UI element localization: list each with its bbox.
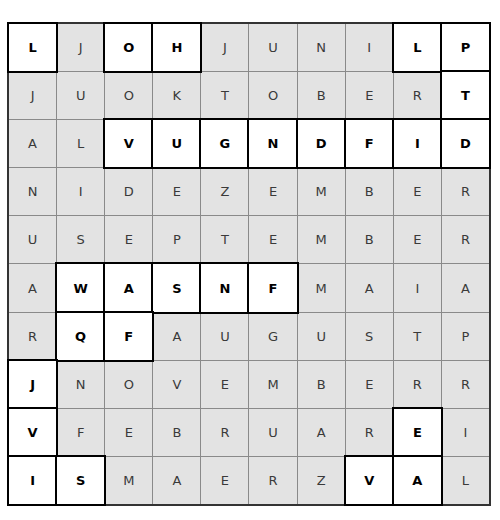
cell-r2c10[interactable]: T <box>442 72 489 119</box>
cell-r9c2[interactable]: F <box>57 409 104 456</box>
cell-r9c4[interactable]: B <box>153 409 200 456</box>
cell-r3c6[interactable]: N <box>249 120 296 167</box>
cell-r9c6[interactable]: U <box>249 409 296 456</box>
cell-r1c2[interactable]: J <box>57 24 104 71</box>
cell-r2c3[interactable]: O <box>105 72 152 119</box>
word-search-board: LJOHJUNILPJUOKTOBERTALVUGNDFIDNIDEZEMBER… <box>7 22 491 506</box>
cell-r4c9[interactable]: E <box>394 168 441 215</box>
cell-r2c7[interactable]: B <box>298 72 345 119</box>
cell-r7c5[interactable]: U <box>201 313 248 360</box>
cell-r4c8[interactable]: B <box>346 168 393 215</box>
cell-r10c6[interactable]: R <box>249 457 296 504</box>
cell-r2c4[interactable]: K <box>153 72 200 119</box>
cell-r7c3[interactable]: F <box>105 313 152 360</box>
cell-r6c10[interactable]: A <box>442 264 489 311</box>
cell-r8c7[interactable]: B <box>298 361 345 408</box>
cell-r7c6[interactable]: G <box>249 313 296 360</box>
cell-r1c7[interactable]: N <box>298 24 345 71</box>
cell-r4c2[interactable]: I <box>57 168 104 215</box>
cell-r3c9[interactable]: I <box>394 120 441 167</box>
cell-r4c1[interactable]: N <box>9 168 56 215</box>
cell-r8c4[interactable]: V <box>153 361 200 408</box>
cell-r3c2[interactable]: L <box>57 120 104 167</box>
cell-r10c5[interactable]: E <box>201 457 248 504</box>
cell-r10c2[interactable]: S <box>57 457 104 504</box>
cell-r1c10[interactable]: P <box>442 24 489 71</box>
cell-r7c10[interactable]: P <box>442 313 489 360</box>
cell-r2c1[interactable]: J <box>9 72 56 119</box>
cell-r10c10[interactable]: L <box>442 457 489 504</box>
cell-r2c6[interactable]: O <box>249 72 296 119</box>
cell-r9c1[interactable]: V <box>9 409 56 456</box>
cell-r4c4[interactable]: E <box>153 168 200 215</box>
cell-r8c6[interactable]: M <box>249 361 296 408</box>
cell-r9c10[interactable]: I <box>442 409 489 456</box>
cell-r1c5[interactable]: J <box>201 24 248 71</box>
cell-r3c3[interactable]: V <box>105 120 152 167</box>
cell-r5c6[interactable]: E <box>249 216 296 263</box>
cell-r2c9[interactable]: R <box>394 72 441 119</box>
cell-r6c2[interactable]: W <box>57 264 104 311</box>
cell-r5c1[interactable]: U <box>9 216 56 263</box>
cell-r3c4[interactable]: U <box>153 120 200 167</box>
cell-r5c5[interactable]: T <box>201 216 248 263</box>
cell-r4c3[interactable]: D <box>105 168 152 215</box>
cell-r8c5[interactable]: E <box>201 361 248 408</box>
cell-r9c8[interactable]: R <box>346 409 393 456</box>
cell-r8c9[interactable]: R <box>394 361 441 408</box>
cell-r7c4[interactable]: A <box>153 313 200 360</box>
cell-r7c7[interactable]: U <box>298 313 345 360</box>
cell-r7c2[interactable]: Q <box>57 313 104 360</box>
cell-r2c2[interactable]: U <box>57 72 104 119</box>
cell-r4c6[interactable]: E <box>249 168 296 215</box>
cell-r5c8[interactable]: B <box>346 216 393 263</box>
cell-r9c3[interactable]: E <box>105 409 152 456</box>
cell-r4c7[interactable]: M <box>298 168 345 215</box>
cell-r6c9[interactable]: I <box>394 264 441 311</box>
cell-r7c1[interactable]: R <box>9 313 56 360</box>
cell-r9c5[interactable]: R <box>201 409 248 456</box>
cell-r3c7[interactable]: D <box>298 120 345 167</box>
cell-r1c9[interactable]: L <box>394 24 441 71</box>
cell-r10c4[interactable]: A <box>153 457 200 504</box>
cell-r4c5[interactable]: Z <box>201 168 248 215</box>
word-search-page: LJOHJUNILPJUOKTOBERTALVUGNDFIDNIDEZEMBER… <box>0 0 500 520</box>
cell-r6c8[interactable]: A <box>346 264 393 311</box>
cell-r1c4[interactable]: H <box>153 24 200 71</box>
cell-r10c3[interactable]: M <box>105 457 152 504</box>
cell-r5c4[interactable]: P <box>153 216 200 263</box>
cell-r5c3[interactable]: E <box>105 216 152 263</box>
cell-r1c8[interactable]: I <box>346 24 393 71</box>
cell-r5c9[interactable]: E <box>394 216 441 263</box>
cell-r8c3[interactable]: O <box>105 361 152 408</box>
cell-r6c6[interactable]: F <box>249 264 296 311</box>
cell-r2c5[interactable]: T <box>201 72 248 119</box>
cell-r6c3[interactable]: A <box>105 264 152 311</box>
cell-r4c10[interactable]: R <box>442 168 489 215</box>
cell-r3c10[interactable]: D <box>442 120 489 167</box>
cell-r2c8[interactable]: E <box>346 72 393 119</box>
cell-r6c7[interactable]: M <box>298 264 345 311</box>
cell-r10c7[interactable]: Z <box>298 457 345 504</box>
cell-r5c2[interactable]: S <box>57 216 104 263</box>
cell-r10c1[interactable]: I <box>9 457 56 504</box>
cell-r8c1[interactable]: J <box>9 361 56 408</box>
cell-r3c8[interactable]: F <box>346 120 393 167</box>
cell-r10c8[interactable]: V <box>346 457 393 504</box>
cell-r8c8[interactable]: E <box>346 361 393 408</box>
cell-r8c2[interactable]: N <box>57 361 104 408</box>
cell-r7c8[interactable]: S <box>346 313 393 360</box>
cell-r1c6[interactable]: U <box>249 24 296 71</box>
cell-r9c9[interactable]: E <box>394 409 441 456</box>
cell-r1c1[interactable]: L <box>9 24 56 71</box>
cell-r6c5[interactable]: N <box>201 264 248 311</box>
cell-r1c3[interactable]: O <box>105 24 152 71</box>
cell-r3c5[interactable]: G <box>201 120 248 167</box>
cell-r3c1[interactable]: A <box>9 120 56 167</box>
cell-r5c7[interactable]: M <box>298 216 345 263</box>
cell-r5c10[interactable]: R <box>442 216 489 263</box>
cell-r10c9[interactable]: A <box>394 457 441 504</box>
cell-r9c7[interactable]: A <box>298 409 345 456</box>
cell-r7c9[interactable]: T <box>394 313 441 360</box>
cell-r6c1[interactable]: A <box>9 264 56 311</box>
cell-r6c4[interactable]: S <box>153 264 200 311</box>
cell-r8c10[interactable]: R <box>442 361 489 408</box>
